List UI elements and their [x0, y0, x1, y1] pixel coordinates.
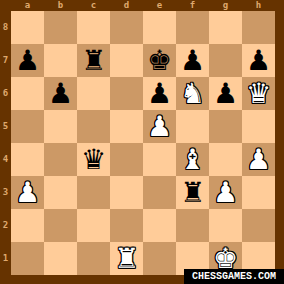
square-f3: ♜: [176, 176, 209, 209]
square-b4: [44, 143, 77, 176]
square-h2: [242, 209, 275, 242]
square-f8: [176, 11, 209, 44]
black-pawn: ♟: [147, 80, 172, 108]
square-d3: [110, 176, 143, 209]
square-e6: ♟: [143, 77, 176, 110]
square-f7: ♟: [176, 44, 209, 77]
square-f4: ♝: [176, 143, 209, 176]
square-c6: [77, 77, 110, 110]
square-e3: [143, 176, 176, 209]
square-d8: [110, 11, 143, 44]
square-b8: [44, 11, 77, 44]
square-e4: [143, 143, 176, 176]
chess-board: ♟♜♚♟♟♟♟♞♟♛♟♛♝♟♟♜♟♜♚: [11, 11, 275, 275]
square-g6: ♟: [209, 77, 242, 110]
file-label-d: d: [110, 0, 143, 11]
square-c5: [77, 110, 110, 143]
square-e2: [143, 209, 176, 242]
square-h6: ♛: [242, 77, 275, 110]
rank-labels: 87654321: [0, 11, 11, 275]
file-label-f: f: [176, 0, 209, 11]
square-d2: [110, 209, 143, 242]
file-labels: abcdefgh: [11, 0, 275, 11]
square-f6: ♞: [176, 77, 209, 110]
white-queen: ♛: [246, 80, 271, 108]
file-label-h: h: [242, 0, 275, 11]
black-pawn: ♟: [246, 47, 271, 75]
black-pawn: ♟: [15, 47, 40, 75]
file-label-g: g: [209, 0, 242, 11]
square-a5: [11, 110, 44, 143]
square-h3: [242, 176, 275, 209]
square-b2: [44, 209, 77, 242]
square-c3: [77, 176, 110, 209]
rank-label-3: 3: [0, 176, 11, 209]
square-e7: ♚: [143, 44, 176, 77]
file-label-a: a: [11, 0, 44, 11]
square-e5: ♟: [143, 110, 176, 143]
square-c1: [77, 242, 110, 275]
file-label-c: c: [77, 0, 110, 11]
white-knight: ♞: [180, 80, 205, 108]
black-pawn: ♟: [48, 80, 73, 108]
square-d6: [110, 77, 143, 110]
square-h5: [242, 110, 275, 143]
square-b7: [44, 44, 77, 77]
square-b6: ♟: [44, 77, 77, 110]
black-king: ♚: [147, 47, 172, 75]
square-e8: [143, 11, 176, 44]
square-c7: ♜: [77, 44, 110, 77]
file-label-b: b: [44, 0, 77, 11]
square-g7: [209, 44, 242, 77]
file-label-e: e: [143, 0, 176, 11]
square-a2: [11, 209, 44, 242]
rank-label-7: 7: [0, 44, 11, 77]
white-bishop: ♝: [180, 146, 205, 174]
rank-label-6: 6: [0, 77, 11, 110]
white-pawn: ♟: [213, 179, 238, 207]
square-h7: ♟: [242, 44, 275, 77]
square-g4: [209, 143, 242, 176]
rank-label-1: 1: [0, 242, 11, 275]
square-a8: [11, 11, 44, 44]
square-b5: [44, 110, 77, 143]
square-b1: [44, 242, 77, 275]
chessgames-link[interactable]: CHESSGAMES.COM: [184, 269, 284, 284]
black-pawn: ♟: [180, 47, 205, 75]
square-c4: ♛: [77, 143, 110, 176]
rank-label-2: 2: [0, 209, 11, 242]
square-a6: [11, 77, 44, 110]
square-f5: [176, 110, 209, 143]
black-pawn: ♟: [213, 80, 238, 108]
square-b3: [44, 176, 77, 209]
square-d1: ♜: [110, 242, 143, 275]
white-pawn: ♟: [147, 113, 172, 141]
white-rook: ♜: [114, 245, 139, 273]
square-g3: ♟: [209, 176, 242, 209]
square-g5: [209, 110, 242, 143]
white-pawn: ♟: [15, 179, 40, 207]
square-g8: [209, 11, 242, 44]
square-a7: ♟: [11, 44, 44, 77]
rank-label-4: 4: [0, 143, 11, 176]
square-f2: [176, 209, 209, 242]
square-g2: [209, 209, 242, 242]
square-c2: [77, 209, 110, 242]
square-a1: [11, 242, 44, 275]
square-h8: [242, 11, 275, 44]
square-d4: [110, 143, 143, 176]
rank-label-8: 8: [0, 11, 11, 44]
square-e1: [143, 242, 176, 275]
black-rook: ♜: [81, 47, 106, 75]
rank-label-5: 5: [0, 110, 11, 143]
square-h4: ♟: [242, 143, 275, 176]
square-c8: [77, 11, 110, 44]
white-pawn: ♟: [246, 146, 271, 174]
square-d5: [110, 110, 143, 143]
black-queen: ♛: [81, 146, 106, 174]
square-a3: ♟: [11, 176, 44, 209]
black-rook: ♜: [180, 179, 205, 207]
square-a4: [11, 143, 44, 176]
square-d7: [110, 44, 143, 77]
chess-board-frame: abcdefgh 87654321 ♟♜♚♟♟♟♟♞♟♛♟♛♝♟♟♜♟♜♚ CH…: [0, 0, 284, 284]
